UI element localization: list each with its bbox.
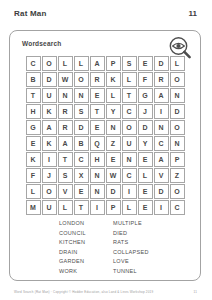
word-list-right: MULTIPLEDIEDRATSCOLLAPSEDLOVETUNNEL <box>113 219 167 277</box>
grid-cell[interactable]: D <box>170 104 185 119</box>
grid-cell[interactable]: S <box>58 168 73 183</box>
grid-cell[interactable]: C <box>154 136 169 151</box>
grid-cell[interactable]: Z <box>170 168 185 183</box>
grid-cell[interactable]: E <box>138 184 153 199</box>
grid-cell[interactable]: A <box>154 88 169 103</box>
grid-cell[interactable]: A <box>42 120 57 135</box>
grid-cell[interactable]: L <box>106 88 121 103</box>
grid-cell[interactable]: N <box>154 120 169 135</box>
word-list: LONDONCOUNCILKITCHENDRAINGARDENWORK MULT… <box>59 219 200 277</box>
grid-cell[interactable]: R <box>58 120 73 135</box>
grid-cell[interactable]: K <box>42 104 57 119</box>
grid-cell[interactable]: I <box>154 104 169 119</box>
word-list-item: TUNNEL <box>113 267 167 277</box>
grid-cell[interactable]: W <box>106 168 121 183</box>
word-list-item: MULTIPLE <box>113 219 167 229</box>
wordsearch-grid: COLLAPSEDLBDWORKLFROTUNNELTGANHKRSTYCJID… <box>26 56 185 215</box>
grid-cell[interactable]: E <box>138 152 153 167</box>
grid-cell[interactable]: D <box>154 56 169 71</box>
grid-cell[interactable]: O <box>74 72 89 87</box>
grid-cell[interactable]: A <box>154 152 169 167</box>
grid-cell[interactable]: L <box>122 200 137 215</box>
card-header: Wordsearch <box>10 31 200 53</box>
grid-cell[interactable]: L <box>138 168 153 183</box>
grid-cell[interactable]: E <box>106 152 121 167</box>
grid-cell[interactable]: N <box>122 152 137 167</box>
grid-cell[interactable]: E <box>74 184 89 199</box>
grid-cell[interactable]: S <box>122 56 137 71</box>
grid-cell[interactable]: N <box>74 88 89 103</box>
word-list-item: LONDON <box>59 219 113 229</box>
word-list-item: DIED <box>113 229 167 239</box>
grid-cell[interactable]: L <box>58 56 73 71</box>
word-list-item: COLLAPSED <box>113 248 167 258</box>
grid-cell[interactable]: N <box>170 136 185 151</box>
word-list-item: WORK <box>59 267 113 277</box>
grid-cell[interactable]: N <box>90 184 105 199</box>
grid-cell[interactable]: Y <box>106 104 121 119</box>
word-list-left: LONDONCOUNCILKITCHENDRAINGARDENWORK <box>59 219 113 277</box>
grid-cell[interactable]: C <box>170 200 185 215</box>
grid-cell[interactable]: F <box>26 168 41 183</box>
grid-cell[interactable]: E <box>138 56 153 71</box>
grid-cell[interactable]: I <box>122 184 137 199</box>
grid-cell[interactable]: L <box>122 72 137 87</box>
word-list-item: GARDEN <box>59 257 113 267</box>
grid-cell[interactable]: O <box>42 56 57 71</box>
footer-text: Word Search (Rat Man) · Copyright © Hodd… <box>14 290 153 294</box>
word-list-item: KITCHEN <box>59 238 113 248</box>
grid-cell[interactable]: I <box>154 200 169 215</box>
card-title: Wordsearch <box>22 40 61 47</box>
word-list-item: RATS <box>113 238 167 248</box>
grid-cell[interactable]: H <box>26 104 41 119</box>
grid-cell[interactable]: L <box>58 200 73 215</box>
grid-cell[interactable]: R <box>90 72 105 87</box>
grid-cell[interactable]: L <box>74 56 89 71</box>
grid-cell[interactable]: J <box>138 104 153 119</box>
grid-cell[interactable]: X <box>74 168 89 183</box>
grid-cell[interactable]: B <box>74 136 89 151</box>
grid-cell[interactable]: B <box>26 72 41 87</box>
grid-cell[interactable]: G <box>138 88 153 103</box>
grid-cell[interactable]: N <box>58 88 73 103</box>
grid-cell[interactable]: T <box>74 200 89 215</box>
word-list-item: DRAIN <box>59 248 113 258</box>
footer-page-number: 11 <box>193 290 197 294</box>
word-list-item: COUNCIL <box>59 229 113 239</box>
grid-cell[interactable]: U <box>122 136 137 151</box>
grid-cell[interactable]: C <box>122 104 137 119</box>
grid-cell[interactable]: G <box>26 120 41 135</box>
grid-cell[interactable]: D <box>42 72 57 87</box>
grid-cell[interactable]: U <box>42 88 57 103</box>
grid-cell[interactable]: O <box>122 120 137 135</box>
grid-cell[interactable]: C <box>26 56 41 71</box>
grid-cell[interactable]: D <box>138 120 153 135</box>
grid-cell[interactable]: T <box>26 88 41 103</box>
grid-cell[interactable]: U <box>42 200 57 215</box>
grid-cell[interactable]: Z <box>106 136 121 151</box>
grid-cell[interactable]: T <box>122 88 137 103</box>
grid-cell[interactable]: N <box>90 168 105 183</box>
grid-cell[interactable]: S <box>74 104 89 119</box>
grid-cell[interactable]: J <box>42 168 57 183</box>
grid-cell[interactable]: E <box>90 120 105 135</box>
grid-cell[interactable]: I <box>90 200 105 215</box>
grid-cell[interactable]: O <box>170 72 185 87</box>
grid-cell[interactable]: K <box>42 136 57 151</box>
grid-cell[interactable]: V <box>154 168 169 183</box>
grid-cell[interactable]: H <box>90 152 105 167</box>
grid-cell[interactable]: V <box>58 184 73 199</box>
grid-cell[interactable]: O <box>170 184 185 199</box>
grid-cell[interactable]: A <box>58 136 73 151</box>
grid-cell[interactable]: O <box>170 120 185 135</box>
grid-cell[interactable]: C <box>74 152 89 167</box>
page-footer: Word Search (Rat Man) · Copyright © Hodd… <box>0 290 212 294</box>
grid-cell[interactable]: T <box>90 104 105 119</box>
grid-cell[interactable]: E <box>26 136 41 151</box>
grid-cell[interactable]: P <box>106 56 121 71</box>
grid-cell[interactable]: R <box>58 104 73 119</box>
grid-cell[interactable]: O <box>42 184 57 199</box>
page-header: Rat Man 11 <box>0 0 212 18</box>
page-number: 11 <box>189 9 197 18</box>
grid-cell[interactable]: Y <box>138 136 153 151</box>
grid-cell[interactable]: N <box>106 120 121 135</box>
grid-cell[interactable]: K <box>26 152 41 167</box>
grid-cell[interactable]: P <box>106 200 121 215</box>
grid-cell[interactable]: K <box>106 72 121 87</box>
grid-cell[interactable]: D <box>154 184 169 199</box>
grid-cell[interactable]: I <box>42 152 57 167</box>
grid-cell[interactable]: D <box>74 120 89 135</box>
page-title: Rat Man <box>14 9 47 18</box>
grid-cell[interactable]: M <box>26 200 41 215</box>
wordsearch-card: Wordsearch COLLAPSEDLBDWORKLFROTUNNELTGA… <box>9 30 201 281</box>
grid-cell[interactable]: Q <box>90 136 105 151</box>
grid-cell[interactable]: A <box>90 56 105 71</box>
grid-cell[interactable]: E <box>138 200 153 215</box>
grid-cell[interactable]: E <box>90 88 105 103</box>
grid-cell[interactable]: L <box>170 56 185 71</box>
grid-cell[interactable]: T <box>58 152 73 167</box>
word-list-item: LOVE <box>113 257 167 267</box>
grid-cell[interactable]: P <box>170 152 185 167</box>
grid-cell[interactable]: N <box>170 88 185 103</box>
grid-cell[interactable]: R <box>154 72 169 87</box>
grid-cell[interactable]: F <box>138 72 153 87</box>
grid-cell[interactable]: D <box>106 184 121 199</box>
grid-cell[interactable]: C <box>122 168 137 183</box>
grid-cell[interactable]: W <box>58 72 73 87</box>
grid-cell[interactable]: L <box>26 184 41 199</box>
